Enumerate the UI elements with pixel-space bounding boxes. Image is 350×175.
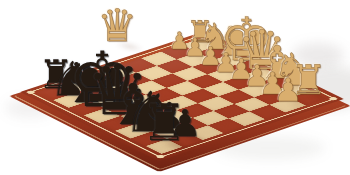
chess-set-photo: ♜♞♝♛♚♝♞♜♟♟♟♟♟♟♟♟♟♟♟♟♟♟♟♟♜♞♝♛♚♝♞♜♛ (0, 0, 350, 175)
piece-white-pawn[interactable]: ♟ (274, 75, 303, 107)
inlay-corner-dot (155, 154, 166, 158)
piece-black-rook[interactable]: ♜ (142, 98, 187, 148)
